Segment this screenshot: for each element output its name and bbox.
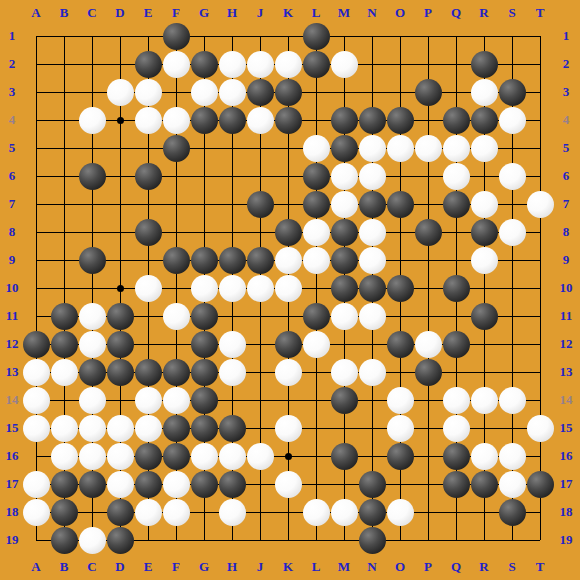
intersection-L18[interactable] <box>302 498 330 526</box>
intersection-S1[interactable] <box>498 22 526 50</box>
intersection-F19[interactable] <box>162 526 190 554</box>
intersection-C19[interactable] <box>78 526 106 554</box>
intersection-D15[interactable] <box>106 414 134 442</box>
intersection-A18[interactable] <box>22 498 50 526</box>
intersection-J5[interactable] <box>246 134 274 162</box>
intersection-H13[interactable] <box>218 358 246 386</box>
intersection-T1[interactable] <box>526 22 554 50</box>
intersection-Q6[interactable] <box>442 162 470 190</box>
intersection-S17[interactable] <box>498 470 526 498</box>
intersection-D10[interactable] <box>106 274 134 302</box>
intersection-E16[interactable] <box>134 442 162 470</box>
intersection-K13[interactable] <box>274 358 302 386</box>
intersection-M16[interactable] <box>330 442 358 470</box>
intersection-G13[interactable] <box>190 358 218 386</box>
intersection-N11[interactable] <box>358 302 386 330</box>
intersection-L1[interactable] <box>302 22 330 50</box>
intersection-A5[interactable] <box>22 134 50 162</box>
intersection-Q15[interactable] <box>442 414 470 442</box>
intersection-J18[interactable] <box>246 498 274 526</box>
intersection-R9[interactable] <box>470 246 498 274</box>
intersection-R13[interactable] <box>470 358 498 386</box>
intersection-M10[interactable] <box>330 274 358 302</box>
intersection-L4[interactable] <box>302 106 330 134</box>
intersection-K18[interactable] <box>274 498 302 526</box>
intersection-B10[interactable] <box>50 274 78 302</box>
intersection-M6[interactable] <box>330 162 358 190</box>
intersection-C10[interactable] <box>78 274 106 302</box>
intersection-D14[interactable] <box>106 386 134 414</box>
intersection-D12[interactable] <box>106 330 134 358</box>
intersection-R14[interactable] <box>470 386 498 414</box>
intersection-E3[interactable] <box>134 78 162 106</box>
intersection-R11[interactable] <box>470 302 498 330</box>
intersection-M4[interactable] <box>330 106 358 134</box>
intersection-L13[interactable] <box>302 358 330 386</box>
intersection-C3[interactable] <box>78 78 106 106</box>
intersection-S10[interactable] <box>498 274 526 302</box>
intersection-T4[interactable] <box>526 106 554 134</box>
intersection-S18[interactable] <box>498 498 526 526</box>
intersection-S13[interactable] <box>498 358 526 386</box>
intersection-H4[interactable] <box>218 106 246 134</box>
intersection-O1[interactable] <box>386 22 414 50</box>
intersection-B2[interactable] <box>50 50 78 78</box>
intersection-H19[interactable] <box>218 526 246 554</box>
intersection-C13[interactable] <box>78 358 106 386</box>
intersection-E7[interactable] <box>134 190 162 218</box>
intersection-O2[interactable] <box>386 50 414 78</box>
intersection-C8[interactable] <box>78 218 106 246</box>
intersection-P15[interactable] <box>414 414 442 442</box>
intersection-O16[interactable] <box>386 442 414 470</box>
intersection-S5[interactable] <box>498 134 526 162</box>
intersection-L17[interactable] <box>302 470 330 498</box>
intersection-R5[interactable] <box>470 134 498 162</box>
intersection-B15[interactable] <box>50 414 78 442</box>
intersection-L2[interactable] <box>302 50 330 78</box>
intersection-F3[interactable] <box>162 78 190 106</box>
intersection-P18[interactable] <box>414 498 442 526</box>
intersection-H16[interactable] <box>218 442 246 470</box>
intersection-H8[interactable] <box>218 218 246 246</box>
intersection-B5[interactable] <box>50 134 78 162</box>
intersection-Q3[interactable] <box>442 78 470 106</box>
intersection-R18[interactable] <box>470 498 498 526</box>
intersection-F2[interactable] <box>162 50 190 78</box>
intersection-P13[interactable] <box>414 358 442 386</box>
intersection-L14[interactable] <box>302 386 330 414</box>
intersection-N10[interactable] <box>358 274 386 302</box>
intersection-G10[interactable] <box>190 274 218 302</box>
intersection-B17[interactable] <box>50 470 78 498</box>
intersection-L5[interactable] <box>302 134 330 162</box>
intersection-P5[interactable] <box>414 134 442 162</box>
intersection-H3[interactable] <box>218 78 246 106</box>
intersection-C4[interactable] <box>78 106 106 134</box>
intersection-S11[interactable] <box>498 302 526 330</box>
intersection-Q13[interactable] <box>442 358 470 386</box>
intersection-D17[interactable] <box>106 470 134 498</box>
intersection-N1[interactable] <box>358 22 386 50</box>
intersection-A4[interactable] <box>22 106 50 134</box>
intersection-E9[interactable] <box>134 246 162 274</box>
intersection-K8[interactable] <box>274 218 302 246</box>
intersection-R10[interactable] <box>470 274 498 302</box>
intersection-H7[interactable] <box>218 190 246 218</box>
intersection-J14[interactable] <box>246 386 274 414</box>
intersection-N5[interactable] <box>358 134 386 162</box>
intersection-F1[interactable] <box>162 22 190 50</box>
intersection-M12[interactable] <box>330 330 358 358</box>
intersection-K17[interactable] <box>274 470 302 498</box>
intersection-S8[interactable] <box>498 218 526 246</box>
intersection-Q7[interactable] <box>442 190 470 218</box>
intersection-C2[interactable] <box>78 50 106 78</box>
intersection-T8[interactable] <box>526 218 554 246</box>
intersection-E15[interactable] <box>134 414 162 442</box>
intersection-P7[interactable] <box>414 190 442 218</box>
intersection-E2[interactable] <box>134 50 162 78</box>
intersection-E18[interactable] <box>134 498 162 526</box>
intersection-F9[interactable] <box>162 246 190 274</box>
intersection-T15[interactable] <box>526 414 554 442</box>
intersection-K11[interactable] <box>274 302 302 330</box>
intersection-O11[interactable] <box>386 302 414 330</box>
intersection-F11[interactable] <box>162 302 190 330</box>
intersection-A13[interactable] <box>22 358 50 386</box>
intersection-T5[interactable] <box>526 134 554 162</box>
intersection-M2[interactable] <box>330 50 358 78</box>
intersection-E19[interactable] <box>134 526 162 554</box>
intersection-L16[interactable] <box>302 442 330 470</box>
intersection-R8[interactable] <box>470 218 498 246</box>
intersection-J6[interactable] <box>246 162 274 190</box>
intersection-B14[interactable] <box>50 386 78 414</box>
intersection-O5[interactable] <box>386 134 414 162</box>
intersection-P9[interactable] <box>414 246 442 274</box>
intersection-N14[interactable] <box>358 386 386 414</box>
intersection-N8[interactable] <box>358 218 386 246</box>
intersection-A9[interactable] <box>22 246 50 274</box>
intersection-Q19[interactable] <box>442 526 470 554</box>
intersection-C11[interactable] <box>78 302 106 330</box>
intersection-T11[interactable] <box>526 302 554 330</box>
intersection-F13[interactable] <box>162 358 190 386</box>
intersection-F8[interactable] <box>162 218 190 246</box>
intersection-G5[interactable] <box>190 134 218 162</box>
intersection-E12[interactable] <box>134 330 162 358</box>
intersection-A3[interactable] <box>22 78 50 106</box>
intersection-R6[interactable] <box>470 162 498 190</box>
intersection-A10[interactable] <box>22 274 50 302</box>
intersection-P14[interactable] <box>414 386 442 414</box>
intersection-A2[interactable] <box>22 50 50 78</box>
intersection-S7[interactable] <box>498 190 526 218</box>
intersection-H15[interactable] <box>218 414 246 442</box>
intersection-O3[interactable] <box>386 78 414 106</box>
intersection-M1[interactable] <box>330 22 358 50</box>
intersection-N13[interactable] <box>358 358 386 386</box>
intersection-N6[interactable] <box>358 162 386 190</box>
intersection-K19[interactable] <box>274 526 302 554</box>
intersection-O13[interactable] <box>386 358 414 386</box>
intersection-B8[interactable] <box>50 218 78 246</box>
intersection-G3[interactable] <box>190 78 218 106</box>
intersection-G17[interactable] <box>190 470 218 498</box>
intersection-K10[interactable] <box>274 274 302 302</box>
intersection-M15[interactable] <box>330 414 358 442</box>
intersection-J13[interactable] <box>246 358 274 386</box>
intersection-E4[interactable] <box>134 106 162 134</box>
intersection-F4[interactable] <box>162 106 190 134</box>
intersection-E1[interactable] <box>134 22 162 50</box>
intersection-C5[interactable] <box>78 134 106 162</box>
intersection-H5[interactable] <box>218 134 246 162</box>
intersection-B18[interactable] <box>50 498 78 526</box>
intersection-J1[interactable] <box>246 22 274 50</box>
intersection-J15[interactable] <box>246 414 274 442</box>
intersection-D16[interactable] <box>106 442 134 470</box>
intersection-R7[interactable] <box>470 190 498 218</box>
intersection-F16[interactable] <box>162 442 190 470</box>
intersection-R16[interactable] <box>470 442 498 470</box>
intersection-H6[interactable] <box>218 162 246 190</box>
intersection-T2[interactable] <box>526 50 554 78</box>
intersection-S9[interactable] <box>498 246 526 274</box>
intersection-F6[interactable] <box>162 162 190 190</box>
intersection-K1[interactable] <box>274 22 302 50</box>
intersection-A16[interactable] <box>22 442 50 470</box>
intersection-N15[interactable] <box>358 414 386 442</box>
intersection-C18[interactable] <box>78 498 106 526</box>
intersection-D13[interactable] <box>106 358 134 386</box>
intersection-F17[interactable] <box>162 470 190 498</box>
intersection-B11[interactable] <box>50 302 78 330</box>
intersection-D7[interactable] <box>106 190 134 218</box>
intersection-A14[interactable] <box>22 386 50 414</box>
intersection-O8[interactable] <box>386 218 414 246</box>
intersection-M8[interactable] <box>330 218 358 246</box>
intersection-O15[interactable] <box>386 414 414 442</box>
intersection-R1[interactable] <box>470 22 498 50</box>
intersection-K12[interactable] <box>274 330 302 358</box>
intersection-B13[interactable] <box>50 358 78 386</box>
intersection-N16[interactable] <box>358 442 386 470</box>
intersection-H17[interactable] <box>218 470 246 498</box>
intersection-L12[interactable] <box>302 330 330 358</box>
intersection-R2[interactable] <box>470 50 498 78</box>
intersection-E14[interactable] <box>134 386 162 414</box>
intersection-B12[interactable] <box>50 330 78 358</box>
intersection-K4[interactable] <box>274 106 302 134</box>
intersection-G2[interactable] <box>190 50 218 78</box>
intersection-F18[interactable] <box>162 498 190 526</box>
intersection-Q11[interactable] <box>442 302 470 330</box>
intersection-P19[interactable] <box>414 526 442 554</box>
intersection-C14[interactable] <box>78 386 106 414</box>
intersection-P17[interactable] <box>414 470 442 498</box>
intersection-H14[interactable] <box>218 386 246 414</box>
intersection-B7[interactable] <box>50 190 78 218</box>
intersection-H9[interactable] <box>218 246 246 274</box>
intersection-G9[interactable] <box>190 246 218 274</box>
intersection-M19[interactable] <box>330 526 358 554</box>
intersection-S14[interactable] <box>498 386 526 414</box>
intersection-C12[interactable] <box>78 330 106 358</box>
intersection-E11[interactable] <box>134 302 162 330</box>
intersection-K6[interactable] <box>274 162 302 190</box>
intersection-C9[interactable] <box>78 246 106 274</box>
intersection-K5[interactable] <box>274 134 302 162</box>
intersection-C16[interactable] <box>78 442 106 470</box>
intersection-P10[interactable] <box>414 274 442 302</box>
intersection-H11[interactable] <box>218 302 246 330</box>
intersection-G1[interactable] <box>190 22 218 50</box>
intersection-F10[interactable] <box>162 274 190 302</box>
intersection-B4[interactable] <box>50 106 78 134</box>
intersection-O6[interactable] <box>386 162 414 190</box>
intersection-F15[interactable] <box>162 414 190 442</box>
intersection-S19[interactable] <box>498 526 526 554</box>
intersection-D19[interactable] <box>106 526 134 554</box>
intersection-D4[interactable] <box>106 106 134 134</box>
intersection-M3[interactable] <box>330 78 358 106</box>
intersection-B19[interactable] <box>50 526 78 554</box>
intersection-T19[interactable] <box>526 526 554 554</box>
intersection-S2[interactable] <box>498 50 526 78</box>
intersection-E13[interactable] <box>134 358 162 386</box>
intersection-Q17[interactable] <box>442 470 470 498</box>
intersection-J7[interactable] <box>246 190 274 218</box>
intersection-R4[interactable] <box>470 106 498 134</box>
intersection-L7[interactable] <box>302 190 330 218</box>
intersection-B6[interactable] <box>50 162 78 190</box>
intersection-D5[interactable] <box>106 134 134 162</box>
intersection-B1[interactable] <box>50 22 78 50</box>
intersection-D2[interactable] <box>106 50 134 78</box>
intersection-J16[interactable] <box>246 442 274 470</box>
intersection-P11[interactable] <box>414 302 442 330</box>
intersection-N7[interactable] <box>358 190 386 218</box>
intersection-N18[interactable] <box>358 498 386 526</box>
intersection-G4[interactable] <box>190 106 218 134</box>
intersection-D6[interactable] <box>106 162 134 190</box>
intersection-T12[interactable] <box>526 330 554 358</box>
intersection-M9[interactable] <box>330 246 358 274</box>
intersection-H10[interactable] <box>218 274 246 302</box>
intersection-Q12[interactable] <box>442 330 470 358</box>
intersection-O7[interactable] <box>386 190 414 218</box>
intersection-T3[interactable] <box>526 78 554 106</box>
intersection-C17[interactable] <box>78 470 106 498</box>
intersection-O9[interactable] <box>386 246 414 274</box>
intersection-C7[interactable] <box>78 190 106 218</box>
intersection-M7[interactable] <box>330 190 358 218</box>
intersection-O18[interactable] <box>386 498 414 526</box>
intersection-Q10[interactable] <box>442 274 470 302</box>
intersection-D11[interactable] <box>106 302 134 330</box>
intersection-L6[interactable] <box>302 162 330 190</box>
intersection-K9[interactable] <box>274 246 302 274</box>
intersection-O10[interactable] <box>386 274 414 302</box>
intersection-N17[interactable] <box>358 470 386 498</box>
intersection-P2[interactable] <box>414 50 442 78</box>
intersection-G6[interactable] <box>190 162 218 190</box>
intersection-A1[interactable] <box>22 22 50 50</box>
intersection-L10[interactable] <box>302 274 330 302</box>
intersection-M17[interactable] <box>330 470 358 498</box>
intersection-O19[interactable] <box>386 526 414 554</box>
intersection-D18[interactable] <box>106 498 134 526</box>
intersection-L11[interactable] <box>302 302 330 330</box>
intersection-A11[interactable] <box>22 302 50 330</box>
intersection-K7[interactable] <box>274 190 302 218</box>
intersection-G15[interactable] <box>190 414 218 442</box>
intersection-O4[interactable] <box>386 106 414 134</box>
intersection-J9[interactable] <box>246 246 274 274</box>
intersection-S16[interactable] <box>498 442 526 470</box>
intersection-C1[interactable] <box>78 22 106 50</box>
intersection-T17[interactable] <box>526 470 554 498</box>
intersection-P1[interactable] <box>414 22 442 50</box>
intersection-T14[interactable] <box>526 386 554 414</box>
intersection-Q2[interactable] <box>442 50 470 78</box>
intersection-M13[interactable] <box>330 358 358 386</box>
intersection-G14[interactable] <box>190 386 218 414</box>
intersection-A8[interactable] <box>22 218 50 246</box>
intersection-A15[interactable] <box>22 414 50 442</box>
intersection-M14[interactable] <box>330 386 358 414</box>
intersection-J2[interactable] <box>246 50 274 78</box>
intersection-A12[interactable] <box>22 330 50 358</box>
intersection-F14[interactable] <box>162 386 190 414</box>
intersection-P3[interactable] <box>414 78 442 106</box>
intersection-E8[interactable] <box>134 218 162 246</box>
intersection-B3[interactable] <box>50 78 78 106</box>
intersection-G19[interactable] <box>190 526 218 554</box>
intersection-N9[interactable] <box>358 246 386 274</box>
intersection-P12[interactable] <box>414 330 442 358</box>
intersection-N12[interactable] <box>358 330 386 358</box>
intersection-H12[interactable] <box>218 330 246 358</box>
intersection-T10[interactable] <box>526 274 554 302</box>
intersection-M5[interactable] <box>330 134 358 162</box>
intersection-J19[interactable] <box>246 526 274 554</box>
intersection-J11[interactable] <box>246 302 274 330</box>
intersection-Q4[interactable] <box>442 106 470 134</box>
intersection-N19[interactable] <box>358 526 386 554</box>
intersection-E10[interactable] <box>134 274 162 302</box>
intersection-A19[interactable] <box>22 526 50 554</box>
intersection-N3[interactable] <box>358 78 386 106</box>
intersection-C6[interactable] <box>78 162 106 190</box>
intersection-J3[interactable] <box>246 78 274 106</box>
intersection-G18[interactable] <box>190 498 218 526</box>
intersection-J12[interactable] <box>246 330 274 358</box>
intersection-R3[interactable] <box>470 78 498 106</box>
intersection-N4[interactable] <box>358 106 386 134</box>
intersection-Q9[interactable] <box>442 246 470 274</box>
intersection-J4[interactable] <box>246 106 274 134</box>
intersection-A17[interactable] <box>22 470 50 498</box>
intersection-S6[interactable] <box>498 162 526 190</box>
intersection-R17[interactable] <box>470 470 498 498</box>
intersection-L9[interactable] <box>302 246 330 274</box>
intersection-S4[interactable] <box>498 106 526 134</box>
intersection-G11[interactable] <box>190 302 218 330</box>
intersection-R15[interactable] <box>470 414 498 442</box>
